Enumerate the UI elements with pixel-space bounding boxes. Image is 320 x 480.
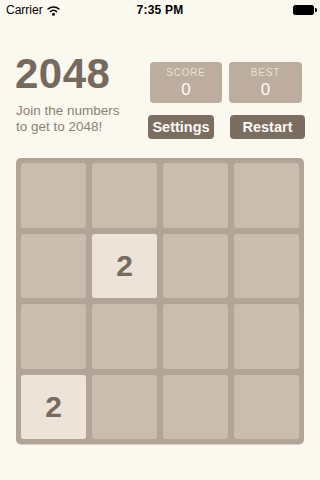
tile-2: 2	[21, 375, 86, 440]
board-cell	[234, 375, 299, 440]
board-cell	[21, 234, 86, 299]
score-value: 0	[150, 79, 222, 100]
best-value: 0	[229, 79, 302, 100]
board-cell	[92, 304, 157, 369]
board-cell	[234, 304, 299, 369]
best-label: BEST	[229, 67, 302, 79]
status-bar: Carrier 7:35 PM	[0, 0, 320, 20]
board-cell	[21, 163, 86, 228]
board-cell: 2	[92, 234, 157, 299]
settings-button[interactable]: Settings	[148, 115, 214, 139]
board-cell	[163, 234, 228, 299]
clock: 7:35 PM	[0, 3, 320, 17]
best-box: BEST 0	[229, 62, 302, 103]
board-cell	[92, 375, 157, 440]
board-cell	[21, 304, 86, 369]
tile-2: 2	[92, 234, 157, 299]
board-cell	[163, 375, 228, 440]
page-title: 2048	[15, 50, 110, 98]
board-cell	[92, 163, 157, 228]
score-box: SCORE 0	[150, 62, 222, 103]
board-cell	[234, 163, 299, 228]
board-cell	[163, 163, 228, 228]
score-label: SCORE	[150, 67, 222, 79]
board[interactable]: 22	[16, 158, 304, 444]
subtitle-line2: to get to 2048!	[16, 119, 120, 135]
board-cell	[163, 304, 228, 369]
board-cell: 2	[21, 375, 86, 440]
subtitle-line1: Join the numbers	[16, 103, 120, 119]
restart-button[interactable]: Restart	[230, 115, 305, 139]
app-screen: Carrier 7:35 PM 2048 Join the numbers to…	[0, 0, 320, 480]
subtitle: Join the numbers to get to 2048!	[16, 103, 120, 135]
board-cell	[234, 234, 299, 299]
battery-icon	[293, 5, 314, 15]
